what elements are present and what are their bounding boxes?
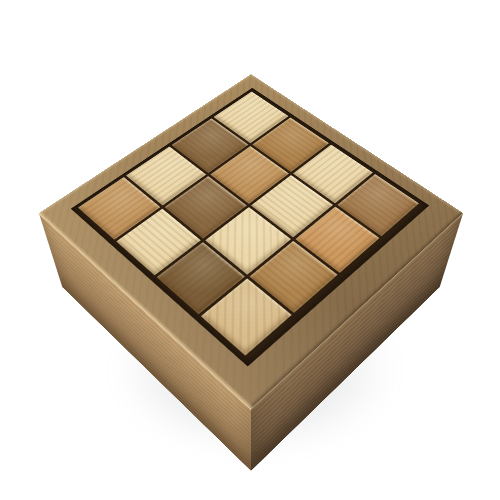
puzzle-cube[interactable]: [200, 278, 292, 356]
puzzle-cube[interactable]: [295, 206, 380, 273]
puzzle-cube[interactable]: [157, 242, 245, 314]
puzzle-cube[interactable]: [206, 207, 291, 274]
product-photo-scene: [0, 0, 500, 500]
puzzle-cube[interactable]: [116, 208, 201, 275]
puzzle-cube[interactable]: [249, 241, 337, 313]
